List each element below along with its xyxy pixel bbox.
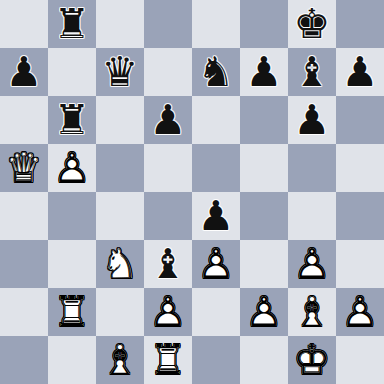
white-pawn-outline-glyph: ♙ [294,244,331,285]
black-pawn[interactable]: ♟ [192,192,240,240]
square-a3[interactable] [0,240,48,288]
square-b3[interactable] [48,240,96,288]
square-g3[interactable]: ♟♙ [288,240,336,288]
square-h4[interactable] [336,192,384,240]
white-pawn-outline-glyph: ♙ [150,292,187,333]
square-a1[interactable] [0,336,48,384]
black-pawn[interactable]: ♟ [336,48,384,96]
black-bishop-glyph: ♝ [150,244,187,285]
black-pawn-glyph: ♟ [294,100,331,141]
white-bishop-outline-glyph: ♗ [294,292,331,333]
black-pawn-glyph: ♟ [246,52,283,93]
square-f7[interactable]: ♟ [240,48,288,96]
square-f1[interactable] [240,336,288,384]
white-pawn[interactable]: ♟♙ [192,240,240,288]
square-d7[interactable] [144,48,192,96]
square-h2[interactable]: ♟♙ [336,288,384,336]
white-rook-outline-glyph: ♖ [150,340,187,381]
square-b1[interactable] [48,336,96,384]
black-rook[interactable]: ♜ [48,96,96,144]
square-a5[interactable]: ♛♕ [0,144,48,192]
square-e8[interactable] [192,0,240,48]
white-pawn-outline-glyph: ♙ [246,292,283,333]
square-b2[interactable]: ♜♖ [48,288,96,336]
white-bishop[interactable]: ♝♗ [96,336,144,384]
square-h5[interactable] [336,144,384,192]
square-a2[interactable] [0,288,48,336]
black-knight[interactable]: ♞ [192,48,240,96]
white-rook[interactable]: ♜♖ [144,336,192,384]
square-c2[interactable] [96,288,144,336]
black-king[interactable]: ♚ [288,0,336,48]
white-queen-outline-glyph: ♕ [6,148,43,189]
square-h3[interactable] [336,240,384,288]
black-pawn[interactable]: ♟ [288,96,336,144]
black-bishop-glyph: ♝ [294,52,331,93]
square-f6[interactable] [240,96,288,144]
black-rook-glyph: ♜ [54,4,91,45]
black-pawn-glyph: ♟ [198,196,235,237]
black-king-glyph: ♚ [294,4,331,45]
square-g8[interactable]: ♚ [288,0,336,48]
white-pawn-outline-glyph: ♙ [54,148,91,189]
white-rook[interactable]: ♜♖ [48,288,96,336]
black-pawn-glyph: ♟ [342,52,379,93]
square-a4[interactable] [0,192,48,240]
black-queen[interactable]: ♛ [96,48,144,96]
square-h6[interactable] [336,96,384,144]
white-pawn[interactable]: ♟♙ [240,288,288,336]
black-rook[interactable]: ♜ [48,0,96,48]
black-pawn[interactable]: ♟ [240,48,288,96]
square-d2[interactable]: ♟♙ [144,288,192,336]
square-e3[interactable]: ♟♙ [192,240,240,288]
black-knight-glyph: ♞ [198,52,235,93]
square-e7[interactable]: ♞ [192,48,240,96]
square-c4[interactable] [96,192,144,240]
square-g5[interactable] [288,144,336,192]
square-b6[interactable]: ♜ [48,96,96,144]
black-pawn-glyph: ♟ [6,52,43,93]
square-a8[interactable] [0,0,48,48]
square-e2[interactable] [192,288,240,336]
square-b8[interactable]: ♜ [48,0,96,48]
white-pawn-outline-glyph: ♙ [198,244,235,285]
black-pawn-glyph: ♟ [150,100,187,141]
square-c5[interactable] [96,144,144,192]
white-pawn[interactable]: ♟♙ [336,288,384,336]
white-queen[interactable]: ♛♕ [0,144,48,192]
square-b5[interactable]: ♟♙ [48,144,96,192]
white-king-outline-glyph: ♔ [294,340,331,381]
square-e6[interactable] [192,96,240,144]
square-e1[interactable] [192,336,240,384]
square-d1[interactable]: ♜♖ [144,336,192,384]
black-bishop[interactable]: ♝ [144,240,192,288]
square-f5[interactable] [240,144,288,192]
square-h7[interactable]: ♟ [336,48,384,96]
square-g4[interactable] [288,192,336,240]
square-g7[interactable]: ♝ [288,48,336,96]
square-d5[interactable] [144,144,192,192]
square-c6[interactable] [96,96,144,144]
white-king[interactable]: ♚♔ [288,336,336,384]
square-h8[interactable] [336,0,384,48]
black-pawn[interactable]: ♟ [144,96,192,144]
square-c7[interactable]: ♛ [96,48,144,96]
square-h1[interactable] [336,336,384,384]
square-f2[interactable]: ♟♙ [240,288,288,336]
square-e5[interactable] [192,144,240,192]
square-d8[interactable] [144,0,192,48]
square-f4[interactable] [240,192,288,240]
chess-board: ♜♚♟♛♞♟♝♟♜♟♟♛♕♟♙♟♞♘♝♟♙♟♙♜♖♟♙♟♙♝♗♟♙♝♗♜♖♚♔ [0,0,384,384]
white-knight-outline-glyph: ♘ [102,244,139,285]
square-a7[interactable]: ♟ [0,48,48,96]
black-bishop[interactable]: ♝ [288,48,336,96]
square-c1[interactable]: ♝♗ [96,336,144,384]
square-d4[interactable] [144,192,192,240]
square-c3[interactable]: ♞♘ [96,240,144,288]
black-pawn[interactable]: ♟ [0,48,48,96]
black-rook-glyph: ♜ [54,100,91,141]
square-g1[interactable]: ♚♔ [288,336,336,384]
white-rook-outline-glyph: ♖ [54,292,91,333]
white-pawn[interactable]: ♟♙ [48,144,96,192]
square-g2[interactable]: ♝♗ [288,288,336,336]
white-pawn-outline-glyph: ♙ [342,292,379,333]
square-f8[interactable] [240,0,288,48]
square-c8[interactable] [96,0,144,48]
white-pawn[interactable]: ♟♙ [144,288,192,336]
white-bishop-outline-glyph: ♗ [102,340,139,381]
square-e4[interactable]: ♟ [192,192,240,240]
black-queen-glyph: ♛ [102,52,139,93]
square-f3[interactable] [240,240,288,288]
square-b4[interactable] [48,192,96,240]
square-d6[interactable]: ♟ [144,96,192,144]
white-pawn[interactable]: ♟♙ [288,240,336,288]
square-a6[interactable] [0,96,48,144]
square-d3[interactable]: ♝ [144,240,192,288]
square-g6[interactable]: ♟ [288,96,336,144]
white-bishop[interactable]: ♝♗ [288,288,336,336]
square-b7[interactable] [48,48,96,96]
white-knight[interactable]: ♞♘ [96,240,144,288]
